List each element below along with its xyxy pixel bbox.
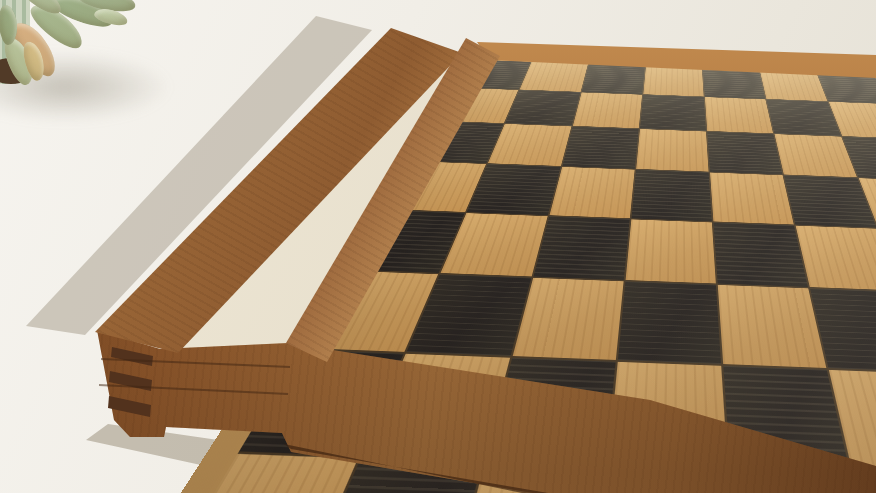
square-r4c5 <box>710 172 794 224</box>
square-r2c3 <box>573 93 642 129</box>
succulent-plant <box>0 0 176 128</box>
square-r6c3 <box>512 278 623 359</box>
square-r4c4 <box>631 170 712 222</box>
square-r5c4 <box>625 219 715 283</box>
photo-scene <box>0 0 876 493</box>
square-r3c5 <box>707 131 782 174</box>
square-r2c5 <box>705 97 773 133</box>
square-r6c4 <box>618 282 721 364</box>
square-r5c3 <box>533 216 630 280</box>
square-r2c2 <box>505 90 580 125</box>
square-r6c5 <box>718 285 827 367</box>
square-r1c5 <box>703 68 765 99</box>
square-r1c2 <box>520 62 588 92</box>
square-r3c4 <box>636 129 708 172</box>
square-r1c4 <box>643 66 703 96</box>
square-r1c3 <box>581 64 644 94</box>
square-r5c6 <box>796 226 876 291</box>
square-r2c4 <box>640 95 706 131</box>
square-r4c3 <box>549 167 634 218</box>
square-r3c3 <box>562 126 638 168</box>
square-r5c5 <box>713 223 808 288</box>
